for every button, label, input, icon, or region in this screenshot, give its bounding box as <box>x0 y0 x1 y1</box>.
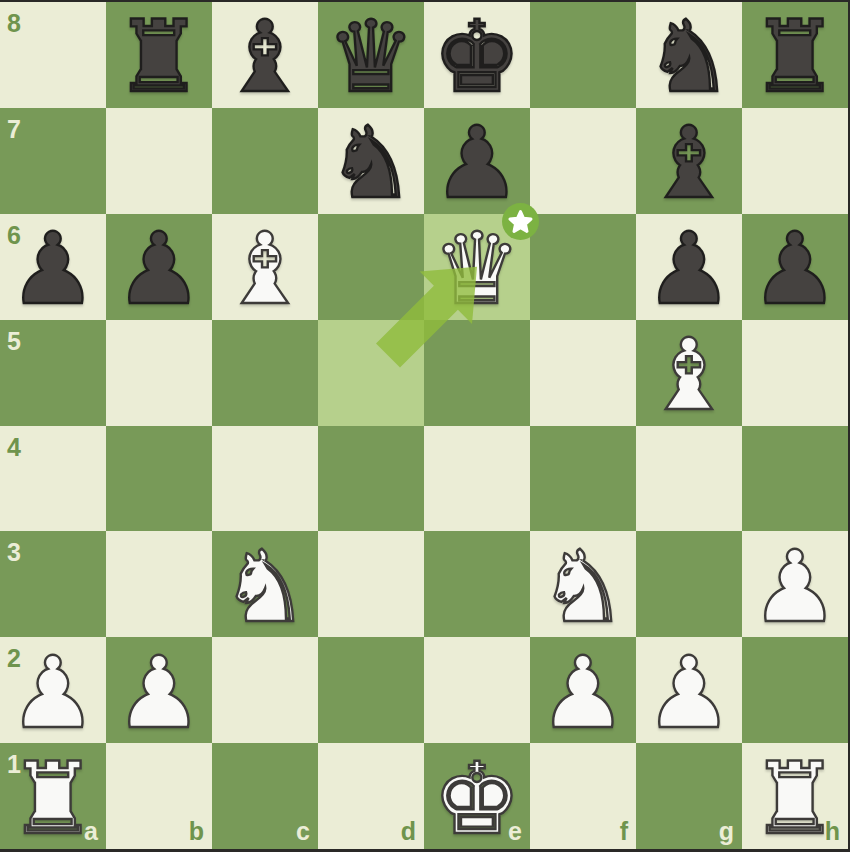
square-c4[interactable] <box>212 426 318 532</box>
file-label-a: a <box>84 817 98 846</box>
piece-white-bishop-c6[interactable]: ♝ <box>212 216 318 322</box>
square-e6[interactable]: ♛ <box>424 214 530 320</box>
square-g1[interactable]: g <box>636 743 742 849</box>
file-label-c: c <box>296 817 310 846</box>
square-d5[interactable] <box>318 320 424 426</box>
square-f2[interactable]: ♟ <box>530 637 636 743</box>
rank-label-2: 2 <box>7 644 21 673</box>
piece-white-pawn-f2[interactable]: ♟ <box>530 639 636 745</box>
file-label-b: b <box>189 817 204 846</box>
square-h6[interactable]: ♟ <box>742 214 848 320</box>
file-label-h: h <box>825 817 840 846</box>
square-g7[interactable]: ♝ <box>636 108 742 214</box>
square-b6[interactable]: ♟ <box>106 214 212 320</box>
square-g4[interactable] <box>636 426 742 532</box>
square-d1[interactable]: d <box>318 743 424 849</box>
square-a4[interactable]: 4 <box>0 426 106 532</box>
piece-white-knight-c3[interactable]: ♞ <box>212 533 318 639</box>
square-a3[interactable]: 3 <box>0 531 106 637</box>
piece-black-pawn-h6[interactable]: ♟ <box>742 216 848 322</box>
square-b1[interactable]: b <box>106 743 212 849</box>
square-g3[interactable] <box>636 531 742 637</box>
square-a8[interactable]: 8 <box>0 2 106 108</box>
piece-black-pawn-e7[interactable]: ♟ <box>424 110 530 216</box>
square-f6[interactable] <box>530 214 636 320</box>
square-e8[interactable]: ♚ <box>424 2 530 108</box>
piece-black-rook-b8[interactable]: ♜ <box>106 4 212 110</box>
square-b5[interactable] <box>106 320 212 426</box>
piece-black-bishop-c8[interactable]: ♝ <box>212 4 318 110</box>
piece-black-knight-d7[interactable]: ♞ <box>318 110 424 216</box>
square-c7[interactable] <box>212 108 318 214</box>
square-h4[interactable] <box>742 426 848 532</box>
piece-white-pawn-b2[interactable]: ♟ <box>106 639 212 745</box>
rank-label-6: 6 <box>7 221 21 250</box>
square-h3[interactable]: ♟ <box>742 531 848 637</box>
piece-white-bishop-g5[interactable]: ♝ <box>636 322 742 428</box>
square-h8[interactable]: ♜ <box>742 2 848 108</box>
square-c5[interactable] <box>212 320 318 426</box>
chessboard-screenshot: 8♜♝♛♚♞♜7♞♟♝6♟♟♝♛♟♟5♝43♞♞♟2♟♟♟♟1a♜bcde♚fg… <box>0 0 850 852</box>
square-b2[interactable]: ♟ <box>106 637 212 743</box>
square-g8[interactable]: ♞ <box>636 2 742 108</box>
square-c2[interactable] <box>212 637 318 743</box>
square-b4[interactable] <box>106 426 212 532</box>
square-h2[interactable] <box>742 637 848 743</box>
square-g6[interactable]: ♟ <box>636 214 742 320</box>
square-c8[interactable]: ♝ <box>212 2 318 108</box>
square-c1[interactable]: c <box>212 743 318 849</box>
piece-white-knight-f3[interactable]: ♞ <box>530 533 636 639</box>
square-e2[interactable] <box>424 637 530 743</box>
square-c6[interactable]: ♝ <box>212 214 318 320</box>
file-label-d: d <box>401 817 416 846</box>
piece-black-queen-d8[interactable]: ♛ <box>318 4 424 110</box>
piece-black-bishop-g7[interactable]: ♝ <box>636 110 742 216</box>
square-b3[interactable] <box>106 531 212 637</box>
rank-label-5: 5 <box>7 327 21 356</box>
piece-white-pawn-h3[interactable]: ♟ <box>742 533 848 639</box>
square-d2[interactable] <box>318 637 424 743</box>
piece-white-queen-e6[interactable]: ♛ <box>424 216 530 322</box>
square-f1[interactable]: f <box>530 743 636 849</box>
file-label-g: g <box>719 817 734 846</box>
square-a6[interactable]: 6♟ <box>0 214 106 320</box>
square-c3[interactable]: ♞ <box>212 531 318 637</box>
square-d6[interactable] <box>318 214 424 320</box>
square-f7[interactable] <box>530 108 636 214</box>
square-h5[interactable] <box>742 320 848 426</box>
square-b7[interactable] <box>106 108 212 214</box>
piece-black-pawn-b6[interactable]: ♟ <box>106 216 212 322</box>
square-f5[interactable] <box>530 320 636 426</box>
piece-black-pawn-g6[interactable]: ♟ <box>636 216 742 322</box>
square-d3[interactable] <box>318 531 424 637</box>
square-f8[interactable] <box>530 2 636 108</box>
rank-label-1: 1 <box>7 750 21 779</box>
square-e7[interactable]: ♟ <box>424 108 530 214</box>
square-a7[interactable]: 7 <box>0 108 106 214</box>
file-label-f: f <box>620 817 628 846</box>
square-b8[interactable]: ♜ <box>106 2 212 108</box>
square-e3[interactable] <box>424 531 530 637</box>
rank-label-3: 3 <box>7 538 21 567</box>
square-a1[interactable]: 1a♜ <box>0 743 106 849</box>
chess-board: 8♜♝♛♚♞♜7♞♟♝6♟♟♝♛♟♟5♝43♞♞♟2♟♟♟♟1a♜bcde♚fg… <box>0 2 848 849</box>
piece-black-rook-h8[interactable]: ♜ <box>742 4 848 110</box>
piece-black-king-e8[interactable]: ♚ <box>424 4 530 110</box>
square-e1[interactable]: e♚ <box>424 743 530 849</box>
file-label-e: e <box>508 817 522 846</box>
square-e5[interactable] <box>424 320 530 426</box>
square-a2[interactable]: 2♟ <box>0 637 106 743</box>
rank-label-7: 7 <box>7 115 21 144</box>
square-d7[interactable]: ♞ <box>318 108 424 214</box>
piece-white-pawn-g2[interactable]: ♟ <box>636 639 742 745</box>
square-g2[interactable]: ♟ <box>636 637 742 743</box>
square-g5[interactable]: ♝ <box>636 320 742 426</box>
square-a5[interactable]: 5 <box>0 320 106 426</box>
square-d4[interactable] <box>318 426 424 532</box>
square-f3[interactable]: ♞ <box>530 531 636 637</box>
square-h1[interactable]: h♜ <box>742 743 848 849</box>
rank-label-8: 8 <box>7 9 21 38</box>
square-h7[interactable] <box>742 108 848 214</box>
rank-label-4: 4 <box>7 433 21 462</box>
square-f4[interactable] <box>530 426 636 532</box>
piece-black-knight-g8[interactable]: ♞ <box>636 4 742 110</box>
square-d8[interactable]: ♛ <box>318 2 424 108</box>
square-e4[interactable] <box>424 426 530 532</box>
